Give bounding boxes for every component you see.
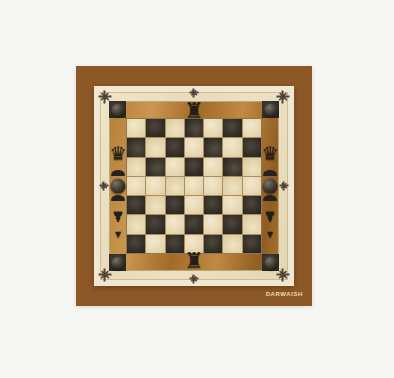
arrowhead-icon: ▼ bbox=[267, 231, 273, 239]
square-r4c5 bbox=[204, 177, 222, 195]
square-r3c5 bbox=[204, 158, 222, 176]
square-r6c5 bbox=[204, 215, 222, 233]
rook-silhouette-icon: ♜ bbox=[184, 250, 204, 272]
square-r6c4 bbox=[185, 215, 203, 233]
square-r2c3 bbox=[166, 138, 184, 156]
rosette-icon bbox=[190, 89, 199, 98]
square-r6c6 bbox=[223, 215, 241, 233]
square-r4c6 bbox=[223, 177, 241, 195]
square-r7c5 bbox=[204, 235, 222, 253]
inverted-pawn-spike-icon: ♟ bbox=[264, 210, 277, 224]
queen-silhouette-icon: ♛ bbox=[261, 144, 278, 163]
dome-stud-icon bbox=[264, 256, 277, 269]
square-r5c6 bbox=[223, 196, 241, 214]
square-r1c2 bbox=[146, 119, 164, 137]
square-r2c7 bbox=[243, 138, 261, 156]
square-r2c5 bbox=[204, 138, 222, 156]
rosette-icon bbox=[190, 275, 199, 284]
square-r1c1 bbox=[127, 119, 145, 137]
rook-silhouette-icon: ♜ bbox=[184, 100, 204, 122]
crescent-icon bbox=[111, 170, 125, 176]
square-r3c6 bbox=[223, 158, 241, 176]
square-r2c2 bbox=[146, 138, 164, 156]
square-r1c7 bbox=[243, 119, 261, 137]
rosette-icon bbox=[100, 182, 109, 191]
square-r3c4 bbox=[185, 158, 203, 176]
square-r7c7 bbox=[243, 235, 261, 253]
square-r2c6 bbox=[223, 138, 241, 156]
dome-stud-icon bbox=[111, 256, 124, 269]
square-r5c5 bbox=[204, 196, 222, 214]
crescent-icon bbox=[263, 195, 277, 201]
square-r4c2 bbox=[146, 177, 164, 195]
square-r5c4 bbox=[185, 196, 203, 214]
square-r7c2 bbox=[146, 235, 164, 253]
square-r4c4 bbox=[185, 177, 203, 195]
square-r1c6 bbox=[223, 119, 241, 137]
rosette-icon bbox=[277, 91, 290, 104]
square-r1c3 bbox=[166, 119, 184, 137]
rosette-icon bbox=[277, 269, 290, 282]
square-r7c1 bbox=[127, 235, 145, 253]
square-r5c2 bbox=[146, 196, 164, 214]
square-r6c2 bbox=[146, 215, 164, 233]
crescent-icon bbox=[263, 170, 277, 176]
queen-silhouette-icon: ♛ bbox=[109, 144, 126, 163]
dome-stud-icon bbox=[263, 179, 278, 194]
square-r2c4 bbox=[185, 138, 203, 156]
square-r6c3 bbox=[166, 215, 184, 233]
checkerboard bbox=[126, 118, 262, 254]
screenshot-canvas: ♜ ♜ ♛ ♟ ▼ ♛ ♟ ▼ DARWAISH bbox=[0, 0, 394, 378]
game-board: ♜ ♜ ♛ ♟ ▼ ♛ ♟ ▼ bbox=[94, 86, 294, 286]
square-r5c1 bbox=[127, 196, 145, 214]
rosette-icon bbox=[99, 269, 112, 282]
square-r1c5 bbox=[204, 119, 222, 137]
rosette-icon bbox=[280, 182, 289, 191]
inverted-pawn-spike-icon: ♟ bbox=[112, 210, 125, 224]
square-r7c6 bbox=[223, 235, 241, 253]
square-r3c7 bbox=[243, 158, 261, 176]
square-r7c3 bbox=[166, 235, 184, 253]
arrowhead-icon: ▼ bbox=[115, 231, 121, 239]
square-r5c3 bbox=[166, 196, 184, 214]
brand-label: DARWAISH bbox=[266, 291, 303, 297]
square-r3c1 bbox=[127, 158, 145, 176]
square-r6c7 bbox=[243, 215, 261, 233]
square-r2c1 bbox=[127, 138, 145, 156]
square-r4c3 bbox=[166, 177, 184, 195]
square-r4c1 bbox=[127, 177, 145, 195]
dome-stud-icon bbox=[264, 103, 277, 116]
dome-stud-icon bbox=[111, 179, 126, 194]
dome-stud-icon bbox=[111, 103, 124, 116]
square-r3c2 bbox=[146, 158, 164, 176]
square-r5c7 bbox=[243, 196, 261, 214]
crescent-icon bbox=[111, 195, 125, 201]
poster-background: ♜ ♜ ♛ ♟ ▼ ♛ ♟ ▼ DARWAISH bbox=[76, 66, 312, 306]
square-r3c3 bbox=[166, 158, 184, 176]
square-r6c1 bbox=[127, 215, 145, 233]
square-r4c7 bbox=[243, 177, 261, 195]
rosette-icon bbox=[99, 91, 112, 104]
